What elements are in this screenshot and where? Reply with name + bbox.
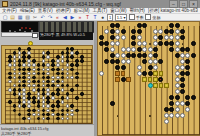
white-stone <box>18 104 22 108</box>
black-stone <box>56 88 60 92</box>
black-stone <box>110 53 115 58</box>
white-stone <box>27 76 31 80</box>
black-stone <box>32 96 36 100</box>
black-stone <box>22 104 26 108</box>
candidate-move-mark <box>159 71 164 76</box>
white-stone <box>61 88 65 92</box>
status-move-count: 共280手 第280手 <box>1 131 93 136</box>
white-stone <box>148 59 153 64</box>
black-stone <box>51 59 55 63</box>
white-stone <box>32 88 36 92</box>
title-bar: 2024.11.8 [9k] katago-int 40b-s634.15.cf… <box>0 0 200 8</box>
black-stone <box>46 96 50 100</box>
menu-item-5[interactable]: 工具(T) <box>93 8 108 13</box>
white-stone <box>70 109 74 113</box>
black-stone <box>66 55 70 59</box>
black-stone <box>22 68 26 72</box>
black-stone <box>148 65 153 70</box>
white-stone <box>175 71 180 76</box>
black-stone <box>22 59 26 63</box>
black-stone <box>56 104 60 108</box>
checkbox-icon <box>145 14 151 20</box>
black-stone <box>8 100 12 104</box>
candidate-move-mark <box>164 83 169 88</box>
black-stone <box>13 51 17 55</box>
black-stone <box>148 71 153 76</box>
white-stone <box>42 59 46 63</box>
black-stone <box>18 47 22 51</box>
black-stone <box>121 65 126 70</box>
black-stone <box>8 55 12 59</box>
black-stone <box>80 55 84 59</box>
minimize-button[interactable]: – <box>169 0 178 8</box>
white-stone <box>66 96 70 100</box>
white-stone <box>175 41 180 46</box>
orange-move-mark <box>115 71 120 76</box>
black-stone <box>137 47 142 52</box>
black-stone <box>110 101 115 106</box>
white-stone <box>27 59 31 63</box>
black-stone <box>27 92 31 96</box>
white-stone <box>175 47 180 52</box>
black-stone <box>56 113 60 117</box>
suggested-move-stone <box>148 83 153 88</box>
move-number-spinner[interactable]: 1 <box>107 14 113 21</box>
black-stone <box>175 23 180 28</box>
white-stone <box>37 92 41 96</box>
star-point <box>19 110 20 111</box>
white-stone <box>51 113 55 117</box>
black-stone <box>61 51 65 55</box>
white-stone <box>18 51 22 55</box>
white-stone <box>175 35 180 40</box>
black-stone <box>66 92 70 96</box>
white-stone <box>175 83 180 88</box>
black-stone <box>46 113 50 117</box>
star-point <box>48 61 49 62</box>
black-stone <box>110 35 115 40</box>
white-stone <box>164 113 169 118</box>
white-stone <box>175 29 180 34</box>
white-stone <box>8 80 12 84</box>
black-stone <box>32 109 36 113</box>
star-point <box>182 43 183 44</box>
black-stone <box>22 72 26 76</box>
black-stone <box>75 59 79 63</box>
app-icon <box>2 1 8 7</box>
move-slider[interactable] <box>1 32 39 37</box>
black-stone <box>46 51 50 55</box>
white-stone <box>27 100 31 104</box>
black-stone <box>70 63 74 67</box>
black-stone <box>42 63 46 67</box>
black-stone <box>191 95 196 100</box>
white-stone <box>22 96 26 100</box>
white-stone <box>46 104 50 108</box>
black-stone <box>121 29 126 34</box>
white-stone <box>148 53 153 58</box>
white-stone <box>27 72 31 76</box>
black-stone <box>75 72 79 76</box>
white-stone <box>32 63 36 67</box>
black-stone <box>8 72 12 76</box>
white-stone <box>137 35 142 40</box>
window-title: 2024.11.8 [9k] katago-int 40b-s634.15.cf… <box>10 1 167 7</box>
black-stone <box>18 96 22 100</box>
white-stone <box>22 88 26 92</box>
menu-item-2[interactable]: 查看(V) <box>38 8 53 13</box>
next-move-icon[interactable]: ▶ <box>70 14 76 20</box>
close-button[interactable]: × <box>189 0 198 8</box>
black-stone <box>66 51 70 55</box>
black-stone <box>56 100 60 104</box>
black-stone <box>42 88 46 92</box>
white-stone <box>137 41 142 46</box>
white-stone <box>121 35 126 40</box>
black-stone <box>51 68 55 72</box>
white-stone <box>27 51 31 55</box>
black-stone <box>51 92 55 96</box>
black-stone <box>70 68 74 72</box>
white-stone <box>42 100 46 104</box>
black-stone <box>75 63 79 67</box>
black-stone <box>51 63 55 67</box>
redo-icon[interactable]: ↷ <box>47 14 53 20</box>
analysis-info: 第280手 黑 49.8% W+0.5 <box>39 32 93 40</box>
mark-black-icon[interactable]: T <box>85 14 91 20</box>
toolbar-icons: ▢▤▦▧✂↶↷«◀▶»TT● <box>2 14 106 20</box>
candidate-move-mark <box>159 83 164 88</box>
candidate-move-mark <box>153 83 158 88</box>
black-stone <box>8 59 12 63</box>
last-move-dot <box>160 79 161 80</box>
white-stone <box>32 68 36 72</box>
move-numbers-checkbox[interactable]: 手数 <box>129 14 144 20</box>
white-stone <box>27 63 31 67</box>
black-stone <box>110 29 115 34</box>
print-icon[interactable]: ▧ <box>25 14 31 20</box>
black-stone <box>70 55 74 59</box>
zoom-dropdown[interactable]: 1.5 ▾ <box>115 14 128 21</box>
black-stone <box>75 109 79 113</box>
black-stone <box>51 104 55 108</box>
open-folder-icon[interactable]: ▤ <box>10 14 16 20</box>
black-stone <box>22 51 26 55</box>
menu-item-3[interactable]: 棋谱(P) <box>56 8 71 13</box>
status-footer: katago-int 40b-s634.15.cfg 共280手 第280手 <box>0 124 94 136</box>
black-stone <box>80 92 84 96</box>
progress-strip <box>0 40 94 44</box>
star-point <box>149 43 150 44</box>
white-stone <box>148 47 153 52</box>
maximize-button[interactable]: □ <box>179 0 188 8</box>
white-stone <box>56 59 60 63</box>
black-stone <box>70 104 74 108</box>
white-stone <box>110 47 115 52</box>
black-stone <box>32 80 36 84</box>
black-stone <box>175 95 180 100</box>
white-stone <box>121 59 126 64</box>
black-stone <box>70 88 74 92</box>
white-stone <box>42 104 46 108</box>
new-file-icon[interactable]: ▢ <box>2 14 8 20</box>
black-stone <box>27 47 31 51</box>
main-area: 第280手 黑 49.8% W+0.5 katago-int 40b-s634.… <box>0 21 200 136</box>
black-stone <box>66 59 70 63</box>
white-stone <box>66 104 70 108</box>
cut-icon[interactable]: ✂ <box>32 14 38 20</box>
black-stone <box>27 109 31 113</box>
white-stone <box>70 113 74 117</box>
white-stone <box>175 89 180 94</box>
white-stone <box>46 72 50 76</box>
overview-pane: 第280手 黑 49.8% W+0.5 katago-int 40b-s634.… <box>0 21 94 136</box>
white-stone <box>18 55 22 59</box>
candidate-move-mark <box>153 71 158 76</box>
black-stone <box>46 100 50 104</box>
white-stone <box>56 76 60 80</box>
white-stone <box>32 113 36 117</box>
black-stone <box>27 68 31 72</box>
menu-item-1[interactable]: 编辑(E) <box>20 8 35 13</box>
black-stone <box>27 96 31 100</box>
black-stone <box>75 96 79 100</box>
black-stone <box>27 55 31 59</box>
undo-icon[interactable]: ↶ <box>40 14 46 20</box>
orange-move-mark <box>126 77 131 82</box>
black-stone <box>18 63 22 67</box>
toolbar: ▢▤▦▧✂↶↷«◀▶»TT● 1 1.5 ▾ 手数 坐标 <box>0 14 200 21</box>
white-stone <box>51 96 55 100</box>
white-stone <box>164 35 169 40</box>
black-stone <box>75 51 79 55</box>
black-stone <box>32 59 36 63</box>
white-stone <box>46 55 50 59</box>
app-window: 2024.11.8 [9k] katago-int 40b-s634.15.cf… <box>0 0 200 136</box>
prev-move-icon[interactable]: ◀ <box>62 14 68 20</box>
white-stone <box>51 76 55 80</box>
candidate-move-mark <box>148 77 153 82</box>
black-stone <box>164 107 169 112</box>
candidate-move-mark <box>153 77 158 82</box>
white-stone <box>32 72 36 76</box>
black-stone <box>56 80 60 84</box>
white-stone <box>22 63 26 67</box>
white-stone <box>46 63 50 67</box>
menu-item-6[interactable]: 窗口(W) <box>110 8 126 13</box>
black-stone <box>13 92 17 96</box>
black-stone <box>56 72 60 76</box>
black-stone <box>51 109 55 113</box>
first-move-icon[interactable]: « <box>55 14 61 20</box>
star-point <box>149 115 150 116</box>
white-stone <box>175 107 180 112</box>
orange-move-mark <box>115 77 120 82</box>
document-title: [棋谱] katago-int 40b-s634.15.cfg <box>148 8 198 13</box>
white-stone <box>110 41 115 46</box>
main-board[interactable] <box>97 21 200 136</box>
black-stone <box>121 77 126 82</box>
white-stone <box>121 53 126 58</box>
white-stone <box>70 51 74 55</box>
white-stone <box>175 113 180 118</box>
white-stone <box>66 63 70 67</box>
white-stone <box>164 119 169 124</box>
black-stone <box>110 23 115 28</box>
black-stone <box>110 59 115 64</box>
black-stone <box>37 88 41 92</box>
black-stone <box>80 59 84 63</box>
white-stone <box>42 96 46 100</box>
black-stone <box>56 55 60 59</box>
orange-move-mark <box>121 71 126 76</box>
white-stone <box>8 63 12 67</box>
black-stone <box>13 88 17 92</box>
mark-white-icon[interactable]: T <box>92 14 98 20</box>
candidate-move-mark <box>142 77 147 82</box>
black-stone <box>66 47 70 51</box>
white-stone <box>175 65 180 70</box>
black-stone <box>56 92 60 96</box>
black-stone <box>18 88 22 92</box>
white-stone <box>137 71 142 76</box>
black-stone <box>137 29 142 34</box>
white-stone <box>56 63 60 67</box>
black-stone <box>70 47 74 51</box>
white-stone <box>27 104 31 108</box>
menu-item-4[interactable]: 标记(M) <box>74 8 90 13</box>
black-stone <box>164 29 169 34</box>
white-stone <box>46 68 50 72</box>
black-stone <box>32 100 36 104</box>
black-stone <box>42 92 46 96</box>
slider-handle[interactable] <box>32 33 38 38</box>
analysis-pane <box>97 21 200 136</box>
black-stone <box>18 59 22 63</box>
white-stone <box>175 77 180 82</box>
white-stone <box>22 100 26 104</box>
black-stone <box>42 55 46 59</box>
white-stone <box>175 101 180 106</box>
white-stone <box>8 88 12 92</box>
black-stone <box>137 23 142 28</box>
coordinates-checkbox[interactable]: 坐标 <box>145 14 160 20</box>
black-stone <box>164 41 169 46</box>
black-stone <box>8 76 12 80</box>
save-icon[interactable]: ▦ <box>17 14 23 20</box>
menu-items: 文件(F)编辑(E)查看(V)棋谱(P)标记(M)工具(T)窗口(W)帮助(H) <box>2 8 148 13</box>
black-stone <box>27 113 31 117</box>
white-stone <box>22 92 26 96</box>
black-stone <box>56 117 60 121</box>
stone-tool-icon[interactable]: ● <box>100 14 106 20</box>
last-move-icon[interactable]: » <box>77 14 83 20</box>
white-stone <box>42 51 46 55</box>
black-stone <box>75 76 79 80</box>
white-stone <box>137 65 142 70</box>
white-stone <box>46 92 50 96</box>
white-stone <box>18 92 22 96</box>
black-stone <box>22 55 26 59</box>
white-stone <box>121 47 126 52</box>
overview-board[interactable] <box>1 45 93 124</box>
white-stone <box>46 109 50 113</box>
checkbox-icon <box>129 14 135 20</box>
black-stone <box>191 41 196 46</box>
black-stone <box>32 76 36 80</box>
menu-item-0[interactable]: 文件(F) <box>2 8 17 13</box>
black-stone <box>175 53 180 58</box>
white-stone <box>46 88 50 92</box>
black-stone <box>56 68 60 72</box>
window-controls: – □ × <box>169 0 198 8</box>
black-stone <box>18 100 22 104</box>
white-stone <box>27 117 31 121</box>
black-stone <box>191 53 196 58</box>
black-stone <box>137 53 142 58</box>
menu-item-7[interactable]: 帮助(H) <box>130 8 145 13</box>
